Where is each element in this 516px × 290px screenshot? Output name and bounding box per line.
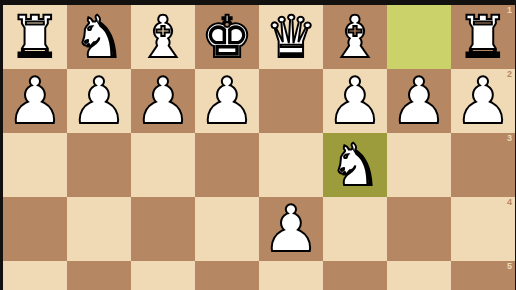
- square-e5[interactable]: [195, 261, 259, 290]
- rank-label-2: 2: [507, 70, 512, 79]
- square-a5[interactable]: 5: [451, 261, 515, 290]
- chess-board: ♜♞♝♚♛♝♜1♟♟♟♟♟♟♟2♞3♟45: [3, 5, 515, 290]
- white-pawn[interactable]: ♟: [67, 69, 131, 133]
- square-g5[interactable]: [67, 261, 131, 290]
- square-c3[interactable]: ♞: [323, 133, 387, 197]
- square-a1[interactable]: ♜1: [451, 5, 515, 69]
- square-b3[interactable]: [387, 133, 451, 197]
- rank-label-4: 4: [507, 198, 512, 207]
- square-h2[interactable]: ♟: [3, 69, 67, 133]
- square-e3[interactable]: [195, 133, 259, 197]
- square-h1[interactable]: ♜: [3, 5, 67, 69]
- square-b4[interactable]: [387, 197, 451, 261]
- square-g4[interactable]: [67, 197, 131, 261]
- square-h4[interactable]: [3, 197, 67, 261]
- white-bishop[interactable]: ♝: [323, 5, 387, 69]
- square-a2[interactable]: ♟2: [451, 69, 515, 133]
- square-d3[interactable]: [259, 133, 323, 197]
- square-b5[interactable]: [387, 261, 451, 290]
- square-g3[interactable]: [67, 133, 131, 197]
- rank-label-5: 5: [507, 262, 512, 271]
- square-h3[interactable]: [3, 133, 67, 197]
- square-d4[interactable]: ♟: [259, 197, 323, 261]
- white-rook[interactable]: ♜: [3, 5, 67, 69]
- square-e4[interactable]: [195, 197, 259, 261]
- square-d5[interactable]: [259, 261, 323, 290]
- white-queen[interactable]: ♛: [259, 5, 323, 69]
- square-d2[interactable]: [259, 69, 323, 133]
- white-pawn[interactable]: ♟: [131, 69, 195, 133]
- white-king[interactable]: ♚: [195, 5, 259, 69]
- square-e2[interactable]: ♟: [195, 69, 259, 133]
- square-c2[interactable]: ♟: [323, 69, 387, 133]
- white-rook[interactable]: ♜: [451, 5, 515, 69]
- square-c4[interactable]: [323, 197, 387, 261]
- white-knight[interactable]: ♞: [323, 133, 387, 197]
- white-pawn[interactable]: ♟: [3, 69, 67, 133]
- square-f2[interactable]: ♟: [131, 69, 195, 133]
- white-knight[interactable]: ♞: [67, 5, 131, 69]
- square-d1[interactable]: ♛: [259, 5, 323, 69]
- rank-label-3: 3: [507, 134, 512, 143]
- white-pawn[interactable]: ♟: [387, 69, 451, 133]
- square-h5[interactable]: [3, 261, 67, 290]
- rank-label-1: 1: [507, 6, 512, 15]
- square-f4[interactable]: [131, 197, 195, 261]
- square-g2[interactable]: ♟: [67, 69, 131, 133]
- square-f3[interactable]: [131, 133, 195, 197]
- page-background: ♜♞♝♚♛♝♜1♟♟♟♟♟♟♟2♞3♟45: [0, 0, 516, 290]
- white-bishop[interactable]: ♝: [131, 5, 195, 69]
- square-c5[interactable]: [323, 261, 387, 290]
- square-f5[interactable]: [131, 261, 195, 290]
- square-a3[interactable]: 3: [451, 133, 515, 197]
- square-b1[interactable]: [387, 5, 451, 69]
- square-f1[interactable]: ♝: [131, 5, 195, 69]
- square-e1[interactable]: ♚: [195, 5, 259, 69]
- square-a4[interactable]: 4: [451, 197, 515, 261]
- white-pawn[interactable]: ♟: [195, 69, 259, 133]
- square-g1[interactable]: ♞: [67, 5, 131, 69]
- square-b2[interactable]: ♟: [387, 69, 451, 133]
- white-pawn[interactable]: ♟: [259, 197, 323, 261]
- white-pawn[interactable]: ♟: [323, 69, 387, 133]
- square-c1[interactable]: ♝: [323, 5, 387, 69]
- white-pawn[interactable]: ♟: [451, 69, 515, 133]
